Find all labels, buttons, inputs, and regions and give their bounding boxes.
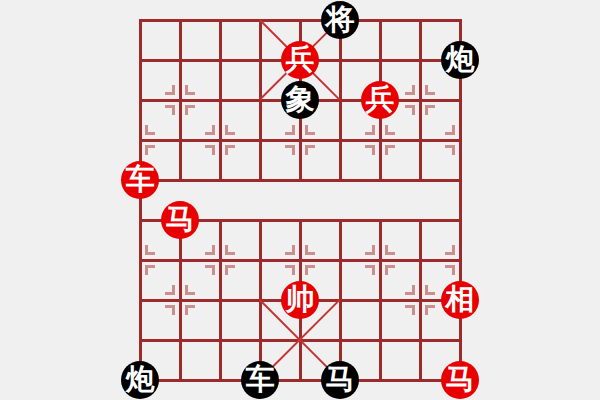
point-marker <box>225 265 235 275</box>
point-marker <box>205 265 215 275</box>
grid-line <box>219 19 222 182</box>
black-cannon-2[interactable]: 炮 <box>121 361 159 399</box>
point-marker <box>365 145 375 155</box>
red-soldier-1[interactable]: 兵 <box>281 41 319 79</box>
point-marker <box>385 265 395 275</box>
xiangqi-diagram: 将兵炮象兵车马帅相炮车马马 <box>0 0 600 400</box>
grid-line <box>219 219 222 382</box>
point-marker <box>145 145 155 155</box>
red-general[interactable]: 帅 <box>281 281 319 319</box>
point-marker <box>445 145 455 155</box>
point-marker <box>405 305 415 315</box>
point-marker <box>185 305 195 315</box>
point-marker <box>165 105 175 115</box>
black-horse[interactable]: 马 <box>321 361 359 399</box>
point-marker <box>305 125 315 135</box>
point-marker <box>365 245 375 255</box>
point-marker <box>165 305 175 315</box>
point-marker <box>185 105 195 115</box>
point-marker <box>205 145 215 155</box>
black-elephant[interactable]: 象 <box>281 81 319 119</box>
point-marker <box>385 125 395 135</box>
point-marker <box>385 145 395 155</box>
point-marker <box>425 85 435 95</box>
point-marker <box>285 265 295 275</box>
point-marker <box>445 245 455 255</box>
point-marker <box>425 105 435 115</box>
point-marker <box>365 265 375 275</box>
point-marker <box>285 125 295 135</box>
point-marker <box>285 245 295 255</box>
grid-line <box>179 19 182 182</box>
point-marker <box>145 265 155 275</box>
black-chariot[interactable]: 车 <box>241 361 279 399</box>
point-marker <box>365 125 375 135</box>
point-marker <box>205 125 215 135</box>
point-marker <box>225 245 235 255</box>
red-horse-2[interactable]: 马 <box>441 361 479 399</box>
point-marker <box>165 285 175 295</box>
point-marker <box>185 285 195 295</box>
point-marker <box>405 85 415 95</box>
point-marker <box>285 145 295 155</box>
point-marker <box>305 245 315 255</box>
black-cannon-1[interactable]: 炮 <box>441 41 479 79</box>
point-marker <box>425 305 435 315</box>
red-chariot[interactable]: 车 <box>121 161 159 199</box>
point-marker <box>445 125 455 135</box>
point-marker <box>165 85 175 95</box>
red-soldier-2[interactable]: 兵 <box>361 81 399 119</box>
xiangqi-board: 将兵炮象兵车马帅相炮车马马 <box>140 20 460 380</box>
grid-line <box>419 219 422 382</box>
grid-line <box>139 19 142 382</box>
point-marker <box>405 105 415 115</box>
point-marker <box>225 145 235 155</box>
point-marker <box>385 245 395 255</box>
grid-line <box>419 19 422 182</box>
point-marker <box>225 125 235 135</box>
point-marker <box>205 245 215 255</box>
red-elephant[interactable]: 相 <box>441 281 479 319</box>
grid-line <box>179 219 182 382</box>
point-marker <box>145 125 155 135</box>
point-marker <box>405 285 415 295</box>
grid-line <box>379 219 382 382</box>
red-horse-1[interactable]: 马 <box>161 201 199 239</box>
point-marker <box>445 265 455 275</box>
point-marker <box>305 145 315 155</box>
point-marker <box>185 85 195 95</box>
point-marker <box>425 285 435 295</box>
point-marker <box>145 245 155 255</box>
black-general[interactable]: 将 <box>321 1 359 39</box>
point-marker <box>305 265 315 275</box>
